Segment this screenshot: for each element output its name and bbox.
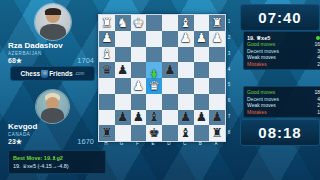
square-e6[interactable] (146, 94, 162, 110)
square-e5[interactable]: ♛ (146, 78, 162, 94)
square-a1[interactable]: ♜ (209, 15, 225, 31)
square-e3[interactable] (146, 47, 162, 63)
square-g6[interactable] (115, 94, 131, 110)
square-c2[interactable]: ♟ (178, 31, 194, 47)
avatar-body (40, 24, 66, 41)
rank-label-1: 1 (226, 14, 232, 30)
stat-value: 16 (314, 41, 320, 47)
piece-black-pawn: ♟ (196, 111, 207, 124)
square-d7[interactable] (162, 110, 178, 126)
square-c1[interactable]: ♝ (178, 15, 194, 31)
square-a5[interactable] (209, 78, 225, 94)
rank-label-8: 8 (226, 124, 232, 140)
square-b2[interactable]: ♟ (194, 31, 210, 47)
piece-white-bishop: ♝ (180, 17, 191, 30)
square-d4[interactable]: ♟ (162, 62, 178, 78)
game-analysis-screen: Rza Dadashov AZERBAIJAN 68★ 1704 Chess ♔… (0, 0, 320, 180)
square-h4[interactable]: ♛ (99, 62, 115, 78)
stat-label: Weak moves (247, 102, 276, 108)
piece-black-pawn: ♟ (117, 64, 128, 77)
top-player-stats-panel: 19. ♕xe5 Good moves16Decent moves3Weak m… (243, 31, 320, 70)
file-label-d: D (161, 141, 177, 147)
bottom-player-stars: 23★ (8, 138, 22, 146)
square-c5[interactable] (178, 78, 194, 94)
move-quality-arrow-icon (151, 73, 157, 79)
file-label-b: B (193, 141, 209, 147)
piece-black-pawn: ♟ (180, 111, 191, 124)
square-h1[interactable]: ♜ (99, 15, 115, 31)
square-f6[interactable] (131, 94, 147, 110)
square-d2[interactable] (162, 31, 178, 47)
square-f3[interactable] (131, 47, 147, 63)
current-move-label: 19. ♕xe5 (247, 35, 270, 41)
piece-white-pawn: ♟ (196, 32, 207, 45)
square-a8[interactable]: ♜ (209, 125, 225, 141)
square-b1[interactable] (194, 15, 210, 31)
square-b3[interactable] (194, 47, 210, 63)
square-b6[interactable] (194, 94, 210, 110)
piece-white-king: ♚ (133, 17, 144, 30)
square-f5[interactable]: ♟ (131, 78, 147, 94)
file-labels: HGFEDCBA (98, 141, 224, 147)
piece-black-pawn: ♟ (117, 111, 128, 124)
square-g5[interactable] (115, 78, 131, 94)
square-d1[interactable] (162, 15, 178, 31)
square-g8[interactable] (115, 125, 131, 141)
logo-text-friends: Friends (49, 70, 72, 77)
square-e1[interactable] (146, 15, 162, 31)
top-player-rating: 1704 (77, 56, 94, 65)
square-a3[interactable] (209, 47, 225, 63)
square-h2[interactable]: ♟ (99, 31, 115, 47)
stat-label: Mistakes (247, 61, 267, 67)
rank-label-7: 7 (226, 109, 232, 125)
piece-black-bishop: ♝ (149, 111, 160, 124)
top-player-name: Rza Dadashov (8, 41, 96, 50)
rank-label-2: 2 (226, 30, 232, 46)
piece-black-king: ♚ (149, 127, 160, 140)
rank-label-4: 4 (226, 61, 232, 77)
stat-label: Decent moves (247, 48, 279, 54)
chess-board: ♜♞♚♝♜♟♟♟♟♝♛♟♟♟♛♟♟♝♟♟♟♜♚♝♜ (98, 14, 226, 142)
stat-label: Decent moves (247, 96, 279, 102)
square-a2[interactable]: ♟ (209, 31, 225, 47)
square-e7[interactable]: ♝ (146, 110, 162, 126)
rank-label-5: 5 (226, 77, 232, 93)
piece-white-rook: ♜ (101, 17, 112, 30)
rank-label-3: 3 (226, 46, 232, 62)
piece-white-pawn: ♟ (101, 32, 112, 45)
file-label-c: C (177, 141, 193, 147)
bottom-player-clock: 08:18 (240, 119, 320, 146)
square-a6[interactable] (209, 94, 225, 110)
stat-row-mistakes: Mistakes2 (247, 61, 320, 68)
bottom-player-name: Kevgod (8, 122, 96, 131)
square-d5[interactable] (162, 78, 178, 94)
square-a7[interactable]: ♟ (209, 110, 225, 126)
piece-black-rook: ♜ (212, 127, 223, 140)
logo-suffix: .com (75, 71, 85, 76)
square-d6[interactable] (162, 94, 178, 110)
square-c6[interactable] (178, 94, 194, 110)
square-f1[interactable]: ♚ (131, 15, 147, 31)
stat-label: Weak moves (247, 54, 276, 60)
piece-black-pawn: ♟ (212, 111, 223, 124)
square-f2[interactable] (131, 31, 147, 47)
square-g1[interactable]: ♞ (115, 15, 131, 31)
square-c8[interactable]: ♝ (178, 125, 194, 141)
stat-row-mistakes: Mistakes1 (247, 109, 320, 116)
file-label-f: F (130, 141, 146, 147)
stat-value: 18 (314, 89, 320, 95)
square-f4[interactable] (131, 62, 147, 78)
square-h6[interactable] (99, 94, 115, 110)
square-a4[interactable] (209, 62, 225, 78)
top-player-clock: 07:40 (240, 4, 320, 31)
played-move-eval-line: 19. ♕xe5 (-4.15→-4.8) (13, 162, 101, 170)
piece-white-pawn: ♟ (133, 80, 144, 93)
file-label-g: G (114, 141, 130, 147)
square-g7[interactable]: ♟ (115, 110, 131, 126)
piece-black-pawn: ♟ (164, 64, 175, 77)
avatar-top-player (34, 3, 72, 41)
piece-white-rook: ♜ (212, 17, 223, 30)
square-c3[interactable] (178, 47, 194, 63)
top-stats-rows: Good moves16Decent moves3Weak moves4Mist… (247, 41, 320, 67)
piece-white-queen: ♛ (149, 80, 160, 93)
square-d3[interactable] (162, 47, 178, 63)
piece-black-pawn: ♟ (133, 111, 144, 124)
rank-label-6: 6 (226, 93, 232, 109)
square-d8[interactable] (162, 125, 178, 141)
rank-labels: 12345678 (226, 14, 232, 140)
file-label-h: H (98, 141, 114, 147)
piece-black-queen: ♛ (101, 64, 112, 77)
square-e8[interactable]: ♚ (146, 125, 162, 141)
best-move-line: Best Move: 19.♗g2 (13, 154, 101, 162)
square-f7[interactable]: ♟ (131, 110, 147, 126)
square-b4[interactable] (194, 62, 210, 78)
square-g3[interactable] (115, 47, 131, 63)
piece-white-pawn: ♟ (212, 32, 223, 45)
bottom-stats-rows: Good moves18Decent moves4Weak moves2Mist… (247, 89, 320, 115)
avatar-bottom-player (35, 89, 70, 124)
top-player-stars: 68★ (8, 57, 22, 65)
square-g2[interactable] (115, 31, 131, 47)
stat-label: Good moves (247, 89, 275, 95)
square-h8[interactable]: ♜ (99, 125, 115, 141)
stat-label: Good moves (247, 41, 275, 47)
chessfriends-logo: Chess ♔ Friends .com (10, 66, 95, 81)
square-g4[interactable]: ♟ (115, 62, 131, 78)
logo-text-chess: Chess (21, 70, 41, 77)
square-f8[interactable] (131, 125, 147, 141)
move-quality-dot (316, 36, 320, 40)
best-move-box: Best Move: 19.♗g2 19. ♕xe5 (-4.15→-4.8) (8, 150, 106, 174)
file-label-e: E (145, 141, 161, 147)
square-h5[interactable] (99, 78, 115, 94)
square-e2[interactable] (146, 31, 162, 47)
square-b7[interactable]: ♟ (194, 110, 210, 126)
bottom-player-stats-panel: Good moves18Decent moves4Weak moves2Mist… (243, 86, 320, 118)
square-c4[interactable] (178, 62, 194, 78)
piece-black-bishop: ♝ (180, 127, 191, 140)
piece-white-bishop: ♝ (101, 48, 112, 61)
square-h7[interactable] (99, 110, 115, 126)
piece-white-pawn: ♟ (180, 32, 191, 45)
shield-crown-icon: ♔ (41, 70, 48, 78)
square-c7[interactable]: ♟ (178, 110, 194, 126)
square-b8[interactable] (194, 125, 210, 141)
avatar-hair (45, 8, 61, 14)
file-label-a: A (208, 141, 224, 147)
bottom-player-rating: 1670 (77, 137, 94, 146)
piece-black-rook: ♜ (101, 127, 112, 140)
stat-label: Mistakes (247, 109, 267, 115)
piece-white-knight: ♞ (117, 17, 128, 30)
square-h3[interactable]: ♝ (99, 47, 115, 63)
square-b5[interactable] (194, 78, 210, 94)
